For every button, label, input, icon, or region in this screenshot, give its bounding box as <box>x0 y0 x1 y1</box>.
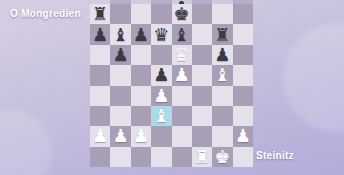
square-b6[interactable]: ♟ <box>110 45 130 65</box>
square-g5[interactable]: ♝ <box>212 65 232 85</box>
black-pawn: ♟ <box>214 45 230 63</box>
square-a3[interactable] <box>90 106 110 126</box>
square-g6[interactable]: ♟ <box>212 45 232 65</box>
square-g4[interactable] <box>212 86 232 106</box>
square-d2[interactable] <box>151 126 171 146</box>
square-f3[interactable] <box>192 106 212 126</box>
square-a8[interactable]: ♜ <box>90 4 110 24</box>
square-a1[interactable] <box>90 147 110 167</box>
black-pawn: ♟ <box>153 66 169 84</box>
square-e3[interactable] <box>172 106 192 126</box>
black-queen: ♛ <box>153 25 169 43</box>
square-a2[interactable]: ♟ <box>90 126 110 146</box>
square-e7[interactable]: ♝ <box>172 24 192 44</box>
square-d3[interactable]: ♝ <box>151 106 171 126</box>
square-d4[interactable]: ♟ <box>151 86 171 106</box>
square-f1[interactable]: ♜ <box>192 147 212 167</box>
square-b3[interactable] <box>110 106 130 126</box>
square-d6[interactable] <box>151 45 171 65</box>
square-h1[interactable] <box>233 147 253 167</box>
white-pawn: ♟ <box>133 127 149 145</box>
square-g3[interactable] <box>212 106 232 126</box>
square-f6[interactable] <box>192 45 212 65</box>
square-h6[interactable] <box>233 45 253 65</box>
square-h5[interactable] <box>233 65 253 85</box>
square-h7[interactable] <box>233 24 253 44</box>
black-king: ♚ <box>174 5 190 23</box>
square-e6[interactable]: ♛ <box>172 45 192 65</box>
black-bishop: ♝ <box>112 25 128 43</box>
square-h3[interactable] <box>233 106 253 126</box>
square-b1[interactable] <box>110 147 130 167</box>
square-b2[interactable]: ♟ <box>110 126 130 146</box>
square-g8[interactable] <box>212 4 232 24</box>
white-pawn: ♟ <box>153 86 169 104</box>
square-c3[interactable] <box>131 106 151 126</box>
square-a6[interactable] <box>90 45 110 65</box>
square-h8[interactable] <box>233 4 253 24</box>
square-h4[interactable] <box>233 86 253 106</box>
square-e1[interactable] <box>172 147 192 167</box>
white-king: ♚ <box>214 147 230 165</box>
white-rook: ♜ <box>194 147 210 165</box>
square-g2[interactable] <box>212 126 232 146</box>
square-b5[interactable] <box>110 65 130 85</box>
square-h2[interactable]: ♟ <box>233 126 253 146</box>
player-name-top: O Mongredien <box>10 8 81 19</box>
white-pawn: ♟ <box>112 127 128 145</box>
chess-board: ♜♚♟♝♟♛♝♜♟♛♟♟♟♝♟♝♟♟♟♟♜♚ <box>90 4 253 167</box>
square-c2[interactable]: ♟ <box>131 126 151 146</box>
square-c1[interactable] <box>131 147 151 167</box>
square-g7[interactable]: ♜ <box>212 24 232 44</box>
black-pawn: ♟ <box>133 25 149 43</box>
black-pawn: ♟ <box>112 45 128 63</box>
puzzle-screen: O Mongredien ♜♚♟♝♟♛♝♜♟♛♟♟♟♝♟♝♟♟♟♟♜♚ Stei… <box>0 0 344 175</box>
square-g1[interactable]: ♚ <box>212 147 232 167</box>
white-bishop: ♝ <box>153 107 169 125</box>
black-pawn: ♟ <box>92 25 108 43</box>
black-rook: ♜ <box>92 5 108 23</box>
square-d8[interactable] <box>151 4 171 24</box>
white-queen: ♛ <box>174 45 190 63</box>
square-c7[interactable]: ♟ <box>131 24 151 44</box>
white-bishop: ♝ <box>214 66 230 84</box>
white-pawn: ♟ <box>92 127 108 145</box>
player-name-bottom: Steinitz <box>256 150 294 161</box>
square-d7[interactable]: ♛ <box>151 24 171 44</box>
square-f8[interactable] <box>192 4 212 24</box>
square-f2[interactable] <box>192 126 212 146</box>
square-d5[interactable]: ♟ <box>151 65 171 85</box>
square-e5[interactable]: ♟ <box>172 65 192 85</box>
square-e2[interactable] <box>172 126 192 146</box>
square-d1[interactable] <box>151 147 171 167</box>
black-rook: ♜ <box>214 25 230 43</box>
square-a5[interactable] <box>90 65 110 85</box>
square-b7[interactable]: ♝ <box>110 24 130 44</box>
square-f5[interactable] <box>192 65 212 85</box>
square-a4[interactable] <box>90 86 110 106</box>
square-e8[interactable]: ♚ <box>172 4 192 24</box>
black-bishop: ♝ <box>174 25 190 43</box>
square-b4[interactable] <box>110 86 130 106</box>
square-c4[interactable] <box>131 86 151 106</box>
square-c6[interactable] <box>131 45 151 65</box>
white-pawn: ♟ <box>174 66 190 84</box>
square-f4[interactable] <box>192 86 212 106</box>
square-c8[interactable] <box>131 4 151 24</box>
square-a7[interactable]: ♟ <box>90 24 110 44</box>
square-f7[interactable] <box>192 24 212 44</box>
square-c5[interactable] <box>131 65 151 85</box>
square-e4[interactable] <box>172 86 192 106</box>
square-b8[interactable] <box>110 4 130 24</box>
white-pawn: ♟ <box>235 127 251 145</box>
